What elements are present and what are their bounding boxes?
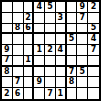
given-digit: 3 bbox=[57, 14, 63, 22]
cell-r6c2[interactable] bbox=[13, 56, 24, 67]
cell-r6c4[interactable] bbox=[34, 56, 45, 67]
cell-r1c3[interactable] bbox=[24, 2, 35, 13]
cell-r1c4[interactable]: 4 bbox=[34, 2, 45, 13]
given-digit: 7 bbox=[91, 46, 97, 54]
cell-r5c9[interactable]: 7 bbox=[88, 45, 99, 56]
given-digit: 7 bbox=[47, 90, 53, 98]
cell-r9c9[interactable] bbox=[88, 88, 99, 99]
sudoku-board: 45922378655491247718757982671 bbox=[0, 0, 101, 101]
given-digit: 8 bbox=[4, 68, 10, 76]
cell-r8c2[interactable]: 7 bbox=[13, 77, 24, 88]
given-digit: 2 bbox=[91, 3, 97, 11]
cell-r8c9[interactable] bbox=[88, 77, 99, 88]
given-digit: 5 bbox=[69, 35, 75, 43]
cell-r7c9[interactable] bbox=[88, 67, 99, 78]
cell-r7c4[interactable] bbox=[34, 67, 45, 78]
cell-r2c8[interactable]: 7 bbox=[77, 13, 88, 24]
given-digit: 7 bbox=[15, 78, 21, 86]
cell-r3c2[interactable]: 8 bbox=[13, 24, 24, 35]
cell-r4c7[interactable]: 5 bbox=[67, 34, 78, 45]
cell-r6c9[interactable] bbox=[88, 56, 99, 67]
given-digit: 5 bbox=[91, 24, 97, 32]
cell-r4c6[interactable] bbox=[56, 34, 67, 45]
cell-r3c1[interactable] bbox=[2, 24, 13, 35]
given-digit: 1 bbox=[36, 46, 42, 54]
cell-r2c3[interactable]: 2 bbox=[24, 13, 35, 24]
cell-r4c4[interactable] bbox=[34, 34, 45, 45]
cell-r6c6[interactable] bbox=[56, 56, 67, 67]
cell-r1c9[interactable]: 2 bbox=[88, 2, 99, 13]
given-digit: 4 bbox=[36, 3, 42, 11]
given-digit: 2 bbox=[4, 90, 10, 98]
given-digit: 2 bbox=[25, 14, 31, 22]
cell-r2c4[interactable] bbox=[34, 13, 45, 24]
cell-r5c8[interactable] bbox=[77, 45, 88, 56]
given-digit: 5 bbox=[47, 3, 53, 11]
cell-r3c3[interactable]: 6 bbox=[24, 24, 35, 35]
cell-r4c3[interactable] bbox=[24, 34, 35, 45]
cell-r9c4[interactable] bbox=[34, 88, 45, 99]
cell-r6c8[interactable] bbox=[77, 56, 88, 67]
cell-r3c8[interactable] bbox=[77, 24, 88, 35]
given-digit: 9 bbox=[4, 46, 10, 54]
given-digit: 4 bbox=[91, 35, 97, 43]
cell-r9c5[interactable]: 7 bbox=[45, 88, 56, 99]
given-digit: 6 bbox=[15, 90, 21, 98]
given-digit: 1 bbox=[57, 90, 63, 98]
cell-r3c7[interactable] bbox=[67, 24, 78, 35]
cell-r9c3[interactable] bbox=[24, 88, 35, 99]
cell-r7c2[interactable] bbox=[13, 67, 24, 78]
cell-r2c2[interactable] bbox=[13, 13, 24, 24]
cell-r1c8[interactable]: 9 bbox=[77, 2, 88, 13]
cell-r1c2[interactable] bbox=[13, 2, 24, 13]
cell-r2c7[interactable] bbox=[67, 13, 78, 24]
cell-r5c6[interactable]: 4 bbox=[56, 45, 67, 56]
given-digit: 7 bbox=[4, 56, 10, 64]
cell-r8c6[interactable] bbox=[56, 77, 67, 88]
cell-r9c7[interactable] bbox=[67, 88, 78, 99]
given-digit: 4 bbox=[57, 46, 63, 54]
cell-r9c1[interactable]: 2 bbox=[2, 88, 13, 99]
cell-r8c7[interactable]: 8 bbox=[67, 77, 78, 88]
cell-r8c8[interactable] bbox=[77, 77, 88, 88]
cell-r4c5[interactable] bbox=[45, 34, 56, 45]
cell-r3c4[interactable] bbox=[34, 24, 45, 35]
cell-r5c3[interactable] bbox=[24, 45, 35, 56]
cell-r5c4[interactable]: 1 bbox=[34, 45, 45, 56]
cell-r3c5[interactable] bbox=[45, 24, 56, 35]
cell-r9c2[interactable]: 6 bbox=[13, 88, 24, 99]
cell-r8c5[interactable] bbox=[45, 77, 56, 88]
given-digit: 8 bbox=[69, 78, 75, 86]
cell-r5c1[interactable]: 9 bbox=[2, 45, 13, 56]
cell-r8c4[interactable]: 9 bbox=[34, 77, 45, 88]
cell-r4c9[interactable]: 4 bbox=[88, 34, 99, 45]
cell-r4c2[interactable] bbox=[13, 34, 24, 45]
cell-r7c5[interactable] bbox=[45, 67, 56, 78]
cell-r2c5[interactable] bbox=[45, 13, 56, 24]
cell-r1c6[interactable] bbox=[56, 2, 67, 13]
cell-r3c6[interactable] bbox=[56, 24, 67, 35]
cell-r2c1[interactable] bbox=[2, 13, 13, 24]
cell-r7c3[interactable] bbox=[24, 67, 35, 78]
cell-r9c8[interactable] bbox=[77, 88, 88, 99]
given-digit: 8 bbox=[15, 24, 21, 32]
given-digit: 7 bbox=[80, 14, 86, 22]
cell-r4c8[interactable] bbox=[77, 34, 88, 45]
given-digit: 6 bbox=[25, 24, 31, 32]
cell-r2c9[interactable] bbox=[88, 13, 99, 24]
cell-r1c7[interactable] bbox=[67, 2, 78, 13]
cell-r1c1[interactable] bbox=[2, 2, 13, 13]
cell-r7c7[interactable]: 7 bbox=[67, 67, 78, 78]
given-digit: 9 bbox=[36, 78, 42, 86]
cell-r6c5[interactable] bbox=[45, 56, 56, 67]
given-digit: 2 bbox=[47, 46, 53, 54]
cell-r5c7[interactable] bbox=[67, 45, 78, 56]
cell-r7c8[interactable]: 5 bbox=[77, 67, 88, 78]
cell-r8c1[interactable] bbox=[2, 77, 13, 88]
given-digit: 9 bbox=[80, 3, 86, 11]
cell-r6c3[interactable]: 1 bbox=[24, 56, 35, 67]
given-digit: 5 bbox=[80, 68, 86, 76]
cell-r1c5[interactable]: 5 bbox=[45, 2, 56, 13]
cell-r2c6[interactable]: 3 bbox=[56, 13, 67, 24]
cell-r7c6[interactable] bbox=[56, 67, 67, 78]
cell-r6c7[interactable] bbox=[67, 56, 78, 67]
cell-r5c2[interactable] bbox=[13, 45, 24, 56]
cell-r7c1[interactable]: 8 bbox=[2, 67, 13, 78]
cell-r9c6[interactable]: 1 bbox=[56, 88, 67, 99]
cell-r3c9[interactable]: 5 bbox=[88, 24, 99, 35]
cell-r4c1[interactable] bbox=[2, 34, 13, 45]
cell-r5c5[interactable]: 2 bbox=[45, 45, 56, 56]
given-digit: 1 bbox=[25, 56, 31, 64]
given-digit: 7 bbox=[69, 68, 75, 76]
cell-r8c3[interactable] bbox=[24, 77, 35, 88]
cell-r6c1[interactable]: 7 bbox=[2, 56, 13, 67]
